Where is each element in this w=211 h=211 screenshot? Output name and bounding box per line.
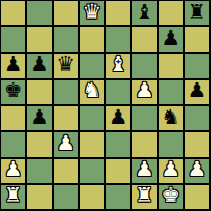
square-h4[interactable]: [185, 106, 209, 130]
square-a2[interactable]: ♟: [1, 159, 25, 183]
square-c8[interactable]: [54, 1, 78, 25]
piece-white-pawn: ♟: [187, 159, 206, 180]
square-a3[interactable]: [1, 132, 25, 156]
square-h3[interactable]: [185, 132, 209, 156]
square-g3[interactable]: [159, 132, 183, 156]
piece-black-pawn: ♟: [4, 54, 23, 75]
square-f3[interactable]: [132, 132, 156, 156]
square-e2[interactable]: [106, 159, 130, 183]
piece-white-queen: ♛: [82, 2, 101, 23]
square-b6[interactable]: ♟: [27, 54, 51, 78]
square-h1[interactable]: [185, 185, 209, 209]
square-f1[interactable]: ♜: [132, 185, 156, 209]
square-d1[interactable]: [80, 185, 104, 209]
square-h2[interactable]: ♟: [185, 159, 209, 183]
square-g1[interactable]: ♚: [159, 185, 183, 209]
square-g8[interactable]: [159, 1, 183, 25]
square-f8[interactable]: ♝: [132, 1, 156, 25]
chess-board: ♛♝♜♟♟♟♛♝♚♞♟♟♟♟♞♟♟♟♟♟♜♜♚: [0, 0, 211, 211]
square-c5[interactable]: [54, 80, 78, 104]
square-d2[interactable]: [80, 159, 104, 183]
piece-white-king: ♚: [161, 185, 180, 206]
square-c1[interactable]: [54, 185, 78, 209]
square-e5[interactable]: [106, 80, 130, 104]
square-e6[interactable]: ♝: [106, 54, 130, 78]
square-b4[interactable]: ♟: [27, 106, 51, 130]
square-a6[interactable]: ♟: [1, 54, 25, 78]
square-e7[interactable]: [106, 27, 130, 51]
square-d5[interactable]: ♞: [80, 80, 104, 104]
square-c4[interactable]: [54, 106, 78, 130]
square-h7[interactable]: [185, 27, 209, 51]
square-b5[interactable]: [27, 80, 51, 104]
piece-black-rook: ♜: [187, 2, 206, 23]
square-d8[interactable]: ♛: [80, 1, 104, 25]
square-c7[interactable]: [54, 27, 78, 51]
square-e1[interactable]: [106, 185, 130, 209]
square-h5[interactable]: ♟: [185, 80, 209, 104]
piece-black-bishop: ♝: [135, 2, 154, 23]
square-f6[interactable]: [132, 54, 156, 78]
piece-white-pawn: ♟: [135, 159, 154, 180]
square-f2[interactable]: ♟: [132, 159, 156, 183]
square-a4[interactable]: [1, 106, 25, 130]
square-g2[interactable]: ♟: [159, 159, 183, 183]
square-g4[interactable]: ♞: [159, 106, 183, 130]
square-d6[interactable]: [80, 54, 104, 78]
piece-black-pawn: ♟: [161, 28, 180, 49]
square-c2[interactable]: [54, 159, 78, 183]
square-d4[interactable]: [80, 106, 104, 130]
piece-white-bishop: ♝: [109, 54, 128, 75]
square-d3[interactable]: [80, 132, 104, 156]
piece-white-rook: ♜: [135, 185, 154, 206]
square-a1[interactable]: ♜: [1, 185, 25, 209]
piece-black-pawn: ♟: [30, 107, 49, 128]
piece-black-queen: ♛: [56, 54, 75, 75]
piece-white-pawn: ♟: [56, 133, 75, 154]
square-a5[interactable]: ♚: [1, 80, 25, 104]
square-f4[interactable]: [132, 106, 156, 130]
piece-black-pawn: ♟: [187, 80, 206, 101]
piece-white-pawn: ♟: [161, 159, 180, 180]
square-a7[interactable]: [1, 27, 25, 51]
square-b2[interactable]: [27, 159, 51, 183]
square-e4[interactable]: ♟: [106, 106, 130, 130]
square-f5[interactable]: ♟: [132, 80, 156, 104]
piece-black-pawn: ♟: [30, 54, 49, 75]
square-a8[interactable]: [1, 1, 25, 25]
square-h8[interactable]: ♜: [185, 1, 209, 25]
square-h6[interactable]: [185, 54, 209, 78]
square-b7[interactable]: [27, 27, 51, 51]
piece-black-knight: ♞: [161, 107, 180, 128]
square-b1[interactable]: [27, 185, 51, 209]
square-g7[interactable]: ♟: [159, 27, 183, 51]
square-e3[interactable]: [106, 132, 130, 156]
piece-white-knight: ♞: [82, 80, 101, 101]
piece-black-pawn: ♟: [109, 107, 128, 128]
square-f7[interactable]: [132, 27, 156, 51]
square-c3[interactable]: ♟: [54, 132, 78, 156]
square-d7[interactable]: [80, 27, 104, 51]
square-g5[interactable]: [159, 80, 183, 104]
piece-black-king: ♚: [4, 80, 23, 101]
square-b8[interactable]: [27, 1, 51, 25]
piece-white-rook: ♜: [4, 185, 23, 206]
square-b3[interactable]: [27, 132, 51, 156]
piece-white-pawn: ♟: [135, 80, 154, 101]
piece-white-pawn: ♟: [4, 159, 23, 180]
square-g6[interactable]: [159, 54, 183, 78]
square-c6[interactable]: ♛: [54, 54, 78, 78]
square-e8[interactable]: [106, 1, 130, 25]
